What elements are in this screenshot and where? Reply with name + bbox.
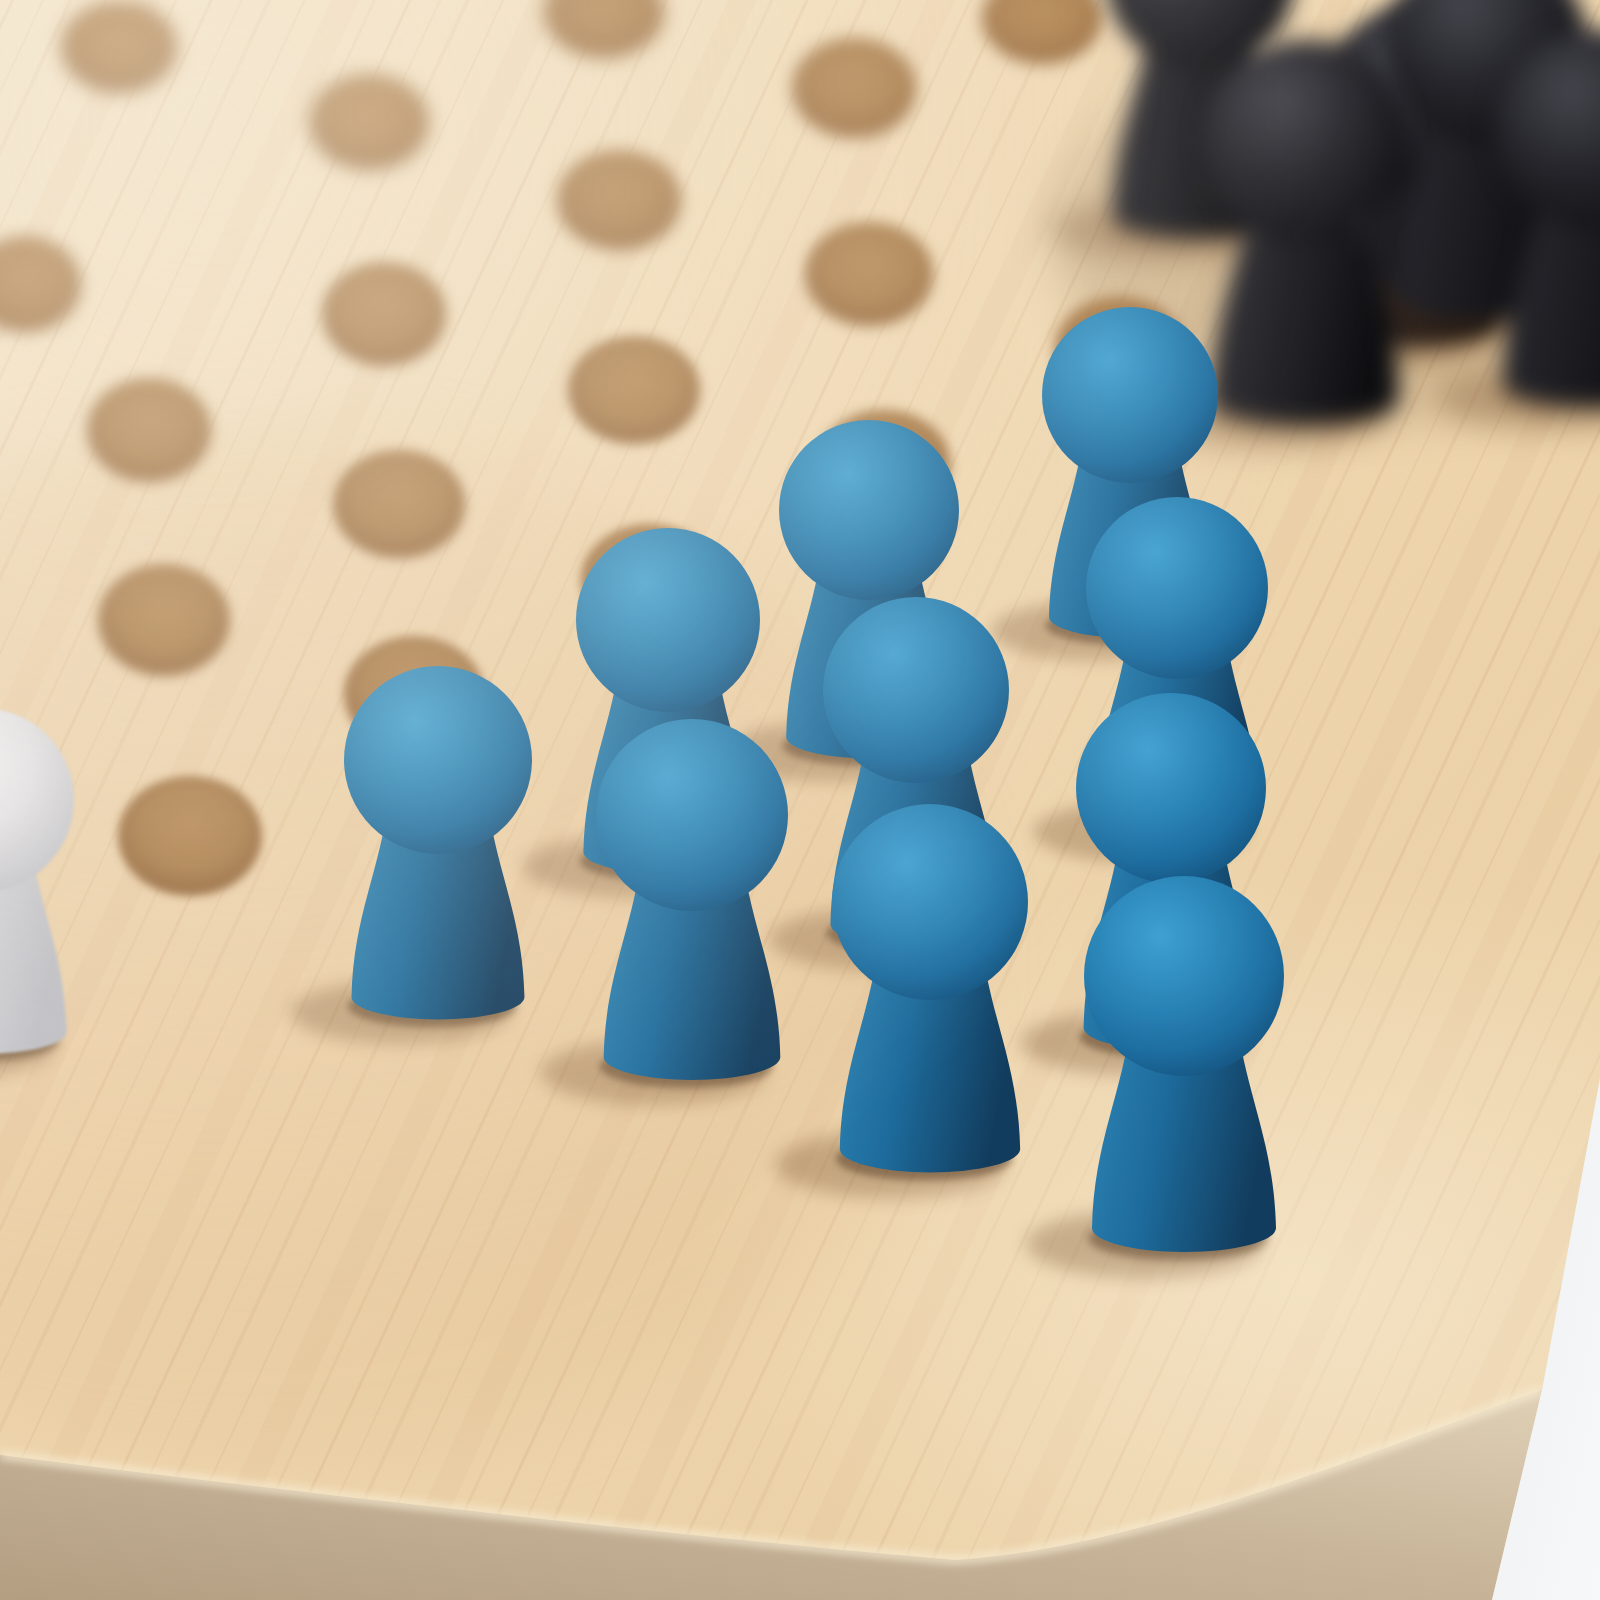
chinese-checkers-board-photo [0,0,1600,1600]
board-photo-stage [0,0,1600,1600]
soft-focus-haze [0,0,1600,1600]
